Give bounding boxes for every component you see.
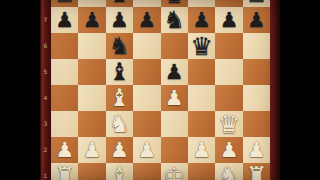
black-knight-e7: ♞ [161, 7, 188, 33]
white-rook-h1: ♜ [243, 163, 270, 180]
square-b7[interactable]: ♟ [78, 7, 105, 33]
rank-label-4: 4 [41, 94, 50, 101]
white-pawn-e4: ♟ [161, 85, 188, 111]
square-a7[interactable]: ♟ [51, 7, 78, 33]
white-pawn-d2: ♟ [133, 137, 160, 163]
square-e7[interactable]: ♞ [161, 7, 188, 33]
square-g5[interactable] [215, 59, 242, 85]
square-d5[interactable] [133, 59, 160, 85]
white-pawn-c2: ♟ [106, 137, 133, 163]
board-frame-left [40, 0, 51, 180]
square-f6[interactable]: ♛ [188, 33, 215, 59]
white-rook-a1: ♜ [51, 163, 78, 180]
square-f2[interactable]: ♟ [188, 137, 215, 163]
square-a3[interactable] [51, 111, 78, 137]
white-pawn-g2: ♟ [215, 137, 242, 163]
square-h1[interactable]: ♜ [243, 163, 270, 180]
square-f8[interactable] [188, 0, 215, 7]
square-g8[interactable] [215, 0, 242, 7]
square-a2[interactable]: ♟ [51, 137, 78, 163]
rank-label-6: 6 [41, 42, 50, 49]
black-pawn-a7: ♟ [51, 7, 78, 33]
black-bishop-c8: ♝ [106, 0, 133, 7]
white-bishop-c4: ♝ [106, 85, 133, 111]
square-h4[interactable] [243, 85, 270, 111]
square-c6[interactable]: ♞ [106, 33, 133, 59]
square-e1[interactable]: ♚ [161, 163, 188, 180]
square-h5[interactable] [243, 59, 270, 85]
white-pawn-f2: ♟ [188, 137, 215, 163]
square-d4[interactable] [133, 85, 160, 111]
square-c1[interactable]: ♝ [106, 163, 133, 180]
square-d8[interactable] [133, 0, 160, 7]
white-queen-g3: ♛ [215, 111, 242, 137]
square-a6[interactable] [51, 33, 78, 59]
square-c3[interactable]: ♞ [106, 111, 133, 137]
square-h3[interactable] [243, 111, 270, 137]
white-bishop-c1: ♝ [106, 163, 133, 180]
white-pawn-b2: ♟ [78, 137, 105, 163]
square-h6[interactable] [243, 33, 270, 59]
black-pawn-g7: ♟ [215, 7, 242, 33]
screenshot-canvas: ♜♝♚♜♟♟♟♟♞♟♟♟♞♛♝♟♝♟♞♛♟♟♟♟♟♟♟♜♝♚♞♜ 8765432… [0, 0, 320, 180]
white-pawn-h2: ♟ [243, 137, 270, 163]
black-pawn-e5: ♟ [161, 59, 188, 85]
square-g3[interactable]: ♛ [215, 111, 242, 137]
square-e3[interactable] [161, 111, 188, 137]
square-f4[interactable] [188, 85, 215, 111]
rank-label-1: 1 [41, 172, 50, 179]
square-f5[interactable] [188, 59, 215, 85]
square-b2[interactable]: ♟ [78, 137, 105, 163]
black-pawn-c7: ♟ [106, 7, 133, 33]
black-knight-c6: ♞ [106, 33, 133, 59]
rank-label-5: 5 [41, 68, 50, 75]
black-king-e8: ♚ [161, 0, 188, 7]
square-d1[interactable] [133, 163, 160, 180]
chess-board-photo: ♜♝♚♜♟♟♟♟♞♟♟♟♞♛♝♟♝♟♞♛♟♟♟♟♟♟♟♜♝♚♞♜ 8765432… [40, 0, 280, 180]
square-g7[interactable]: ♟ [215, 7, 242, 33]
square-b3[interactable] [78, 111, 105, 137]
square-d3[interactable] [133, 111, 160, 137]
square-g1[interactable]: ♞ [215, 163, 242, 180]
black-queen-f6: ♛ [188, 33, 215, 59]
square-b4[interactable] [78, 85, 105, 111]
square-b6[interactable] [78, 33, 105, 59]
black-pawn-f7: ♟ [188, 7, 215, 33]
square-f3[interactable] [188, 111, 215, 137]
rank-label-2: 2 [41, 146, 50, 153]
square-g2[interactable]: ♟ [215, 137, 242, 163]
board-frame-right [270, 0, 280, 180]
square-d7[interactable]: ♟ [133, 7, 160, 33]
square-d2[interactable]: ♟ [133, 137, 160, 163]
white-knight-c3: ♞ [106, 111, 133, 137]
square-b8[interactable] [78, 0, 105, 7]
square-b5[interactable] [78, 59, 105, 85]
square-g4[interactable] [215, 85, 242, 111]
white-knight-g1: ♞ [215, 163, 242, 180]
square-b1[interactable] [78, 163, 105, 180]
black-bishop-c5: ♝ [106, 59, 133, 85]
white-pawn-a2: ♟ [51, 137, 78, 163]
square-e2[interactable] [161, 137, 188, 163]
square-e5[interactable]: ♟ [161, 59, 188, 85]
square-e6[interactable] [161, 33, 188, 59]
square-c2[interactable]: ♟ [106, 137, 133, 163]
square-e4[interactable]: ♟ [161, 85, 188, 111]
black-rook-h8: ♜ [243, 0, 270, 7]
black-pawn-h7: ♟ [243, 7, 270, 33]
square-h7[interactable]: ♟ [243, 7, 270, 33]
square-c8[interactable]: ♝ [106, 0, 133, 7]
square-f7[interactable]: ♟ [188, 7, 215, 33]
square-a8[interactable]: ♜ [51, 0, 78, 7]
chess-board[interactable]: ♜♝♚♜♟♟♟♟♞♟♟♟♞♛♝♟♝♟♞♛♟♟♟♟♟♟♟♜♝♚♞♜ [51, 0, 270, 180]
square-c5[interactable]: ♝ [106, 59, 133, 85]
square-h2[interactable]: ♟ [243, 137, 270, 163]
square-a4[interactable] [51, 85, 78, 111]
rank-label-3: 3 [41, 120, 50, 127]
square-a1[interactable]: ♜ [51, 163, 78, 180]
square-g6[interactable] [215, 33, 242, 59]
square-c7[interactable]: ♟ [106, 7, 133, 33]
square-e8[interactable]: ♚ [161, 0, 188, 7]
white-king-e1: ♚ [161, 163, 188, 180]
square-c4[interactable]: ♝ [106, 85, 133, 111]
square-d6[interactable] [133, 33, 160, 59]
square-h8[interactable]: ♜ [243, 0, 270, 7]
black-rook-a8: ♜ [51, 0, 78, 7]
square-f1[interactable] [188, 163, 215, 180]
square-a5[interactable] [51, 59, 78, 85]
black-pawn-d7: ♟ [133, 7, 160, 33]
rank-label-7: 7 [41, 16, 50, 23]
black-pawn-b7: ♟ [78, 7, 105, 33]
